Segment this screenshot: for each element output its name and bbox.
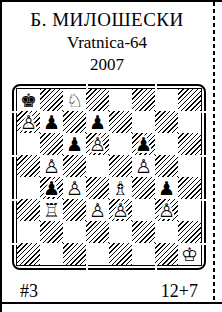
black-pawn-c6: ♟ (66, 135, 83, 154)
white-pawn-f5: ♙ (135, 157, 152, 176)
frame-tick (12, 243, 18, 245)
frame-tick (155, 264, 157, 270)
square-e2 (109, 221, 132, 243)
square-c5 (63, 155, 86, 177)
white-rook-b3: ♖ (43, 201, 60, 220)
piece-count-label: 12+7 (161, 280, 198, 302)
square-f7 (132, 111, 155, 133)
square-h2 (178, 221, 201, 243)
problem-card: Б. МИЛОШЕСКИ Vratnica-64 2007 ♚♘♙♟♟♟♙♟♙♙… (0, 0, 222, 312)
black-king-a8: ♚ (20, 91, 37, 110)
square-g8 (155, 89, 178, 111)
square-g1 (155, 243, 178, 265)
white-bishop-e4: ♗ (112, 179, 129, 198)
square-a1 (17, 243, 40, 265)
board-frame: ♚♘♙♟♟♟♙♟♙♙♟♙♗♟♖♙♙♙♔ (12, 84, 206, 270)
square-c8: ♘ (63, 89, 86, 111)
square-b8 (40, 89, 63, 111)
square-e1 (109, 243, 132, 265)
square-a7: ♙ (17, 111, 40, 133)
square-h4 (178, 177, 201, 199)
white-pawn-g3: ♙ (158, 201, 175, 220)
square-h8 (178, 89, 201, 111)
square-b2 (40, 221, 63, 243)
title-block: Б. МИЛОШЕСКИ Vratnica-64 2007 (2, 8, 212, 76)
square-d7: ♟ (86, 111, 109, 133)
square-c1 (63, 243, 86, 265)
square-f1 (132, 243, 155, 265)
square-d8 (86, 89, 109, 111)
square-d5 (86, 155, 109, 177)
square-d6: ♙ (86, 133, 109, 155)
square-a3 (17, 199, 40, 221)
square-g2 (155, 221, 178, 243)
white-pawn-c4: ♙ (66, 179, 83, 198)
square-a8: ♚ (17, 89, 40, 111)
frame-tick (200, 111, 206, 113)
square-e5 (109, 155, 132, 177)
square-e7 (109, 111, 132, 133)
square-h7 (178, 111, 201, 133)
white-pawn-d3: ♙ (89, 201, 106, 220)
square-g7 (155, 111, 178, 133)
square-c3 (63, 199, 86, 221)
square-c2 (63, 221, 86, 243)
square-b6 (40, 133, 63, 155)
white-pawn-e3: ♙ (112, 201, 129, 220)
stipulation-label: #3 (20, 280, 38, 302)
square-d4 (86, 177, 109, 199)
square-g6 (155, 133, 178, 155)
author-name: Б. МИЛОШЕСКИ (2, 8, 212, 32)
square-h5 (178, 155, 201, 177)
square-f8 (132, 89, 155, 111)
square-b5: ♙ (40, 155, 63, 177)
black-pawn-b4: ♟ (43, 179, 60, 198)
frame-tick (86, 84, 88, 90)
square-e8 (109, 89, 132, 111)
square-h3 (178, 199, 201, 221)
square-b7: ♟ (40, 111, 63, 133)
card-border-top (0, 0, 222, 2)
square-c6: ♟ (63, 133, 86, 155)
square-g4: ♟ (155, 177, 178, 199)
frame-tick (12, 111, 18, 113)
frame-tick (200, 155, 206, 157)
square-e3: ♙ (109, 199, 132, 221)
board-inner-frame: ♚♘♙♟♟♟♙♟♙♙♟♙♗♟♖♙♙♙♔ (16, 88, 202, 266)
square-d3: ♙ (86, 199, 109, 221)
white-knight-c8: ♘ (66, 91, 83, 110)
black-pawn-d7: ♟ (89, 113, 106, 132)
square-h1: ♔ (178, 243, 201, 265)
frame-tick (200, 243, 206, 245)
black-pawn-g4: ♟ (158, 179, 175, 198)
frame-tick (86, 264, 88, 270)
white-pawn-d6: ♙ (89, 135, 106, 154)
frame-tick (200, 199, 206, 201)
square-f6: ♟ (132, 133, 155, 155)
caption-row: #3 12+7 (0, 280, 222, 302)
publication-year: 2007 (2, 54, 212, 76)
square-e6 (109, 133, 132, 155)
white-pawn-a7: ♙ (20, 113, 37, 132)
square-d2 (86, 221, 109, 243)
black-pawn-b7: ♟ (43, 113, 60, 132)
card-border-bottom (0, 302, 222, 304)
square-f2 (132, 221, 155, 243)
square-e4: ♗ (109, 177, 132, 199)
board-grid: ♚♘♙♟♟♟♙♟♙♙♟♙♗♟♖♙♙♙♔ (17, 89, 201, 265)
square-f3 (132, 199, 155, 221)
square-a2 (17, 221, 40, 243)
card-border-right-dashed (213, 2, 215, 302)
square-h6 (178, 133, 201, 155)
source-name: Vratnica-64 (2, 32, 212, 54)
square-f4 (132, 177, 155, 199)
square-d1 (86, 243, 109, 265)
chess-board: ♚♘♙♟♟♟♙♟♙♙♟♙♗♟♖♙♙♙♔ (12, 84, 206, 270)
frame-tick (155, 84, 157, 90)
frame-tick (12, 199, 18, 201)
square-c7 (63, 111, 86, 133)
white-pawn-b5: ♙ (43, 157, 60, 176)
white-king-h1: ♔ (181, 245, 198, 264)
square-a4 (17, 177, 40, 199)
square-g5 (155, 155, 178, 177)
square-a6 (17, 133, 40, 155)
square-b3: ♖ (40, 199, 63, 221)
square-g3: ♙ (155, 199, 178, 221)
square-c4: ♙ (63, 177, 86, 199)
square-b4: ♟ (40, 177, 63, 199)
black-pawn-f6: ♟ (135, 135, 152, 154)
frame-tick (12, 155, 18, 157)
square-f5: ♙ (132, 155, 155, 177)
square-b1 (40, 243, 63, 265)
square-a5 (17, 155, 40, 177)
